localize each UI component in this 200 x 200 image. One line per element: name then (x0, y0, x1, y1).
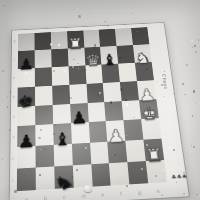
square-b1[interactable] (36, 167, 55, 190)
square-c2[interactable] (53, 144, 72, 167)
square-d4[interactable] (70, 103, 89, 124)
square-d7[interactable] (67, 48, 84, 67)
square-g8[interactable] (115, 28, 133, 46)
file-label-f: f (120, 191, 122, 197)
square-e1[interactable] (91, 163, 111, 186)
square-f7[interactable] (100, 46, 118, 65)
square-c1[interactable] (54, 165, 73, 188)
square-d2[interactable] (72, 143, 91, 165)
square-e4[interactable] (87, 102, 106, 123)
square-g1[interactable] (128, 161, 149, 184)
square-g6[interactable] (118, 63, 137, 82)
rank-label-8: 8 (13, 41, 15, 45)
board-play-area: ♜♛♞♟♝♚♟♟♚♟♝♟♜♞ (17, 27, 167, 191)
file-label-c: c (63, 194, 66, 200)
square-e5[interactable] (86, 83, 104, 103)
square-h7[interactable] (133, 44, 152, 62)
rank-label-7: 7 (13, 58, 15, 62)
square-f1[interactable] (109, 162, 129, 185)
photo-scene: ♜♛♞♟♝♚♟♟♚♟♝♟♜♞ 87654321 abcdefgh Chess ♣… (0, 0, 200, 200)
square-b8[interactable] (34, 32, 51, 50)
square-e2[interactable] (90, 142, 110, 164)
square-a1[interactable] (17, 168, 36, 192)
square-e8[interactable] (83, 30, 100, 48)
file-label-e: e (101, 192, 104, 198)
board-grid (17, 27, 167, 191)
rank-label-5: 5 (13, 95, 15, 99)
offboard-piece[interactable] (84, 185, 92, 192)
square-c6[interactable] (51, 66, 69, 85)
file-label-b: b (44, 195, 47, 200)
square-f6[interactable] (102, 63, 120, 82)
rank-label-1: 1 (11, 178, 14, 183)
square-h1[interactable] (146, 160, 167, 183)
square-b3[interactable] (35, 124, 53, 146)
rank-label-2: 2 (12, 156, 15, 161)
square-c7[interactable] (51, 48, 68, 67)
square-e3[interactable] (88, 121, 107, 143)
rank-labels: 87654321 (11, 34, 15, 192)
square-c3[interactable] (53, 123, 72, 145)
square-h5[interactable] (137, 80, 156, 100)
file-label-g: g (138, 189, 142, 195)
square-a5[interactable] (18, 86, 35, 106)
square-g3[interactable] (124, 119, 144, 140)
square-g5[interactable] (120, 81, 139, 101)
square-d5[interactable] (69, 84, 87, 104)
square-h8[interactable] (131, 27, 149, 45)
square-a3[interactable] (17, 125, 35, 147)
square-c4[interactable] (52, 104, 70, 125)
square-c5[interactable] (52, 85, 70, 105)
square-g2[interactable] (126, 140, 146, 162)
square-f8[interactable] (99, 29, 117, 47)
square-a4[interactable] (17, 106, 35, 127)
rank-label-6: 6 (13, 76, 15, 80)
brand-text: Chess (161, 74, 168, 89)
file-label-h: h (157, 188, 161, 194)
square-a6[interactable] (18, 68, 35, 87)
square-h4[interactable] (139, 99, 159, 120)
square-b5[interactable] (35, 85, 53, 105)
square-d3[interactable] (71, 122, 90, 144)
square-g7[interactable] (117, 45, 135, 63)
square-f5[interactable] (103, 82, 122, 102)
square-a2[interactable] (17, 146, 36, 169)
square-b4[interactable] (35, 105, 53, 126)
square-a7[interactable] (18, 50, 35, 69)
square-h6[interactable] (135, 62, 154, 81)
square-b7[interactable] (35, 49, 52, 68)
square-e7[interactable] (84, 47, 102, 66)
square-h3[interactable] (141, 118, 161, 139)
square-e6[interactable] (85, 64, 103, 83)
chess-board: ♜♛♞♟♝♚♟♟♚♟♝♟♜♞ 87654321 abcdefgh Chess ♣… (10, 23, 189, 200)
square-g4[interactable] (122, 100, 141, 121)
square-f4[interactable] (105, 101, 124, 122)
square-f2[interactable] (108, 141, 128, 163)
square-c8[interactable] (51, 31, 68, 49)
file-label-a: a (25, 196, 28, 200)
square-a8[interactable] (18, 33, 35, 51)
corner-emblem: ♣♣♣ (171, 174, 184, 179)
square-f3[interactable] (106, 120, 126, 142)
file-label-d: d (82, 193, 85, 199)
rank-label-4: 4 (12, 114, 14, 118)
square-b6[interactable] (35, 67, 52, 86)
square-h2[interactable] (144, 139, 165, 161)
square-b2[interactable] (35, 145, 54, 168)
square-d6[interactable] (68, 65, 86, 84)
square-d8[interactable] (67, 30, 84, 48)
rank-label-3: 3 (12, 135, 14, 139)
